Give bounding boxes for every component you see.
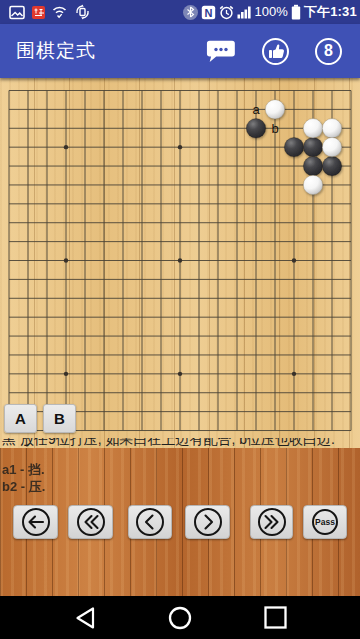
android-navigation-bar [0, 596, 360, 639]
star-point [292, 258, 296, 262]
signal-strength-icon [237, 5, 252, 19]
fast-forward-button[interactable] [250, 505, 293, 539]
commentary-section: a1 - 挡. b2 - 压. [0, 448, 360, 596]
like-button[interactable] [262, 38, 289, 65]
joseki-number-badge[interactable]: 8 [315, 38, 342, 65]
pass-button[interactable]: Pass [303, 505, 347, 539]
white-stone [322, 137, 341, 156]
black-stone [303, 137, 322, 156]
nfc-icon: N [201, 5, 216, 20]
commentary-line-b: b2 - 压. [2, 478, 45, 496]
status-icons-right: N 100% 下午1:31 [183, 0, 357, 24]
go-board-section: ab A B 黑 放任9位打压, 如果白在上边有配合, b位压也收白边. [0, 78, 360, 448]
svg-text:Pass: Pass [315, 517, 335, 527]
thumbs-up-icon [268, 43, 284, 59]
back-button[interactable] [74, 606, 96, 630]
star-point [64, 145, 68, 149]
go-board[interactable]: ab [0, 78, 360, 448]
star-point [178, 372, 182, 376]
screen-rotation-icon [74, 4, 91, 20]
star-point [292, 372, 296, 376]
chevron-left-icon [135, 507, 165, 537]
red-app-notification-icon [32, 6, 45, 19]
point-label: b [271, 121, 278, 136]
white-stone [265, 100, 284, 119]
battery-icon [291, 4, 301, 20]
black-stone [303, 156, 322, 175]
black-stone [322, 156, 341, 175]
clipped-commentary-line: 黑 放任9位打压, 如果白在上边有配合, b位压也收白边. [0, 438, 360, 448]
fast-rewind-button[interactable] [68, 505, 113, 539]
double-chevron-left-icon [76, 507, 106, 537]
bluetooth-icon [183, 5, 198, 20]
wifi-status-icon [52, 5, 67, 19]
svg-text:N: N [204, 6, 212, 18]
status-bar: N 100% 下午1:31 [0, 0, 360, 24]
app-bar: 围棋定式 8 [0, 24, 360, 78]
pass-circle-icon: Pass [310, 507, 340, 537]
home-button[interactable] [168, 606, 192, 630]
battery-percent: 100% [255, 0, 288, 24]
commentary-line-a: a1 - 挡. [2, 461, 45, 479]
white-stone [322, 119, 341, 138]
status-icons-left [9, 4, 91, 20]
star-point [178, 258, 182, 262]
gallery-icon [9, 5, 25, 20]
white-stone [303, 119, 322, 138]
variation-button-a[interactable]: A [4, 404, 37, 433]
previous-move-button[interactable] [128, 505, 172, 539]
star-point [64, 372, 68, 376]
clock-time: 下午1:31 [304, 3, 357, 21]
recents-button[interactable] [264, 606, 287, 629]
star-point [64, 258, 68, 262]
variation-button-b[interactable]: B [43, 404, 76, 433]
double-chevron-right-icon [257, 507, 287, 537]
star-point [178, 145, 182, 149]
jump-to-start-button[interactable] [13, 505, 58, 539]
app-bar-actions: 8 [206, 24, 342, 78]
black-stone [246, 119, 265, 138]
arrow-left-circle-icon [21, 507, 51, 537]
page-title: 围棋定式 [16, 38, 96, 64]
comments-button[interactable] [206, 37, 236, 65]
next-move-button[interactable] [185, 505, 230, 539]
point-label: a [252, 102, 260, 117]
app-screen: N 100% 下午1:31 围棋定式 [0, 0, 360, 639]
alarm-clock-icon [219, 5, 234, 20]
white-stone [303, 175, 322, 194]
chevron-right-icon [193, 507, 223, 537]
black-stone [284, 137, 303, 156]
